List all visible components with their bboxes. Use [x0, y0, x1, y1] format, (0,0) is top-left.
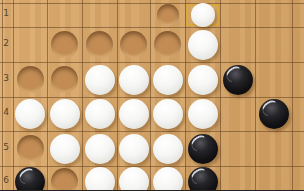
- white-disc: [50, 134, 80, 164]
- grid-line: [0, 131, 304, 132]
- row-label: 2: [0, 38, 12, 48]
- legal-move-hole[interactable]: [120, 31, 147, 58]
- white-disc: [191, 3, 215, 27]
- black-disc: [15, 167, 45, 191]
- legal-move-hole[interactable]: [17, 66, 44, 93]
- white-disc: [153, 99, 183, 129]
- grid-line: [82, 0, 83, 190]
- white-disc: [119, 65, 149, 95]
- white-disc: [15, 99, 45, 129]
- grid-line: [0, 27, 304, 28]
- row-label: 5: [0, 142, 12, 152]
- grid-line: [0, 166, 304, 167]
- row-label: 6: [0, 175, 12, 185]
- white-disc: [153, 134, 183, 164]
- grid-line: [117, 0, 118, 190]
- white-disc: [85, 65, 115, 95]
- white-disc: [188, 99, 218, 129]
- black-disc: [259, 99, 289, 129]
- white-disc: [85, 167, 115, 191]
- legal-move-hole[interactable]: [154, 31, 181, 58]
- white-disc: [153, 65, 183, 95]
- grid-line: [0, 62, 304, 63]
- grid-line: [2, 0, 3, 190]
- row-label: 1: [0, 8, 12, 18]
- row-label: 4: [0, 107, 12, 117]
- grid-line: [255, 0, 256, 190]
- grid-line: [292, 0, 293, 190]
- white-disc: [85, 134, 115, 164]
- white-disc: [119, 99, 149, 129]
- grid-line: [0, 97, 304, 98]
- grid-line: [47, 0, 48, 190]
- legal-move-hole[interactable]: [17, 135, 44, 162]
- legal-move-hole[interactable]: [157, 4, 179, 26]
- grid-line: [0, 3, 304, 4]
- legal-move-hole[interactable]: [51, 168, 78, 190]
- white-disc: [188, 30, 218, 60]
- white-disc: [188, 65, 218, 95]
- black-disc: [188, 134, 218, 164]
- white-disc: [153, 167, 183, 191]
- white-disc: [119, 134, 149, 164]
- grid-line: [185, 0, 186, 190]
- legal-move-hole[interactable]: [86, 31, 113, 58]
- grid-line: [220, 0, 221, 190]
- legal-move-hole[interactable]: [51, 66, 78, 93]
- game-board: 123456: [0, 0, 304, 190]
- black-disc: [188, 167, 218, 191]
- legal-move-hole[interactable]: [51, 31, 78, 58]
- black-disc: [223, 65, 253, 95]
- white-disc: [85, 99, 115, 129]
- white-disc: [119, 167, 149, 191]
- row-label: 3: [0, 73, 12, 83]
- grid-line: [150, 0, 151, 190]
- white-disc: [50, 99, 80, 129]
- grid-line: [13, 0, 14, 190]
